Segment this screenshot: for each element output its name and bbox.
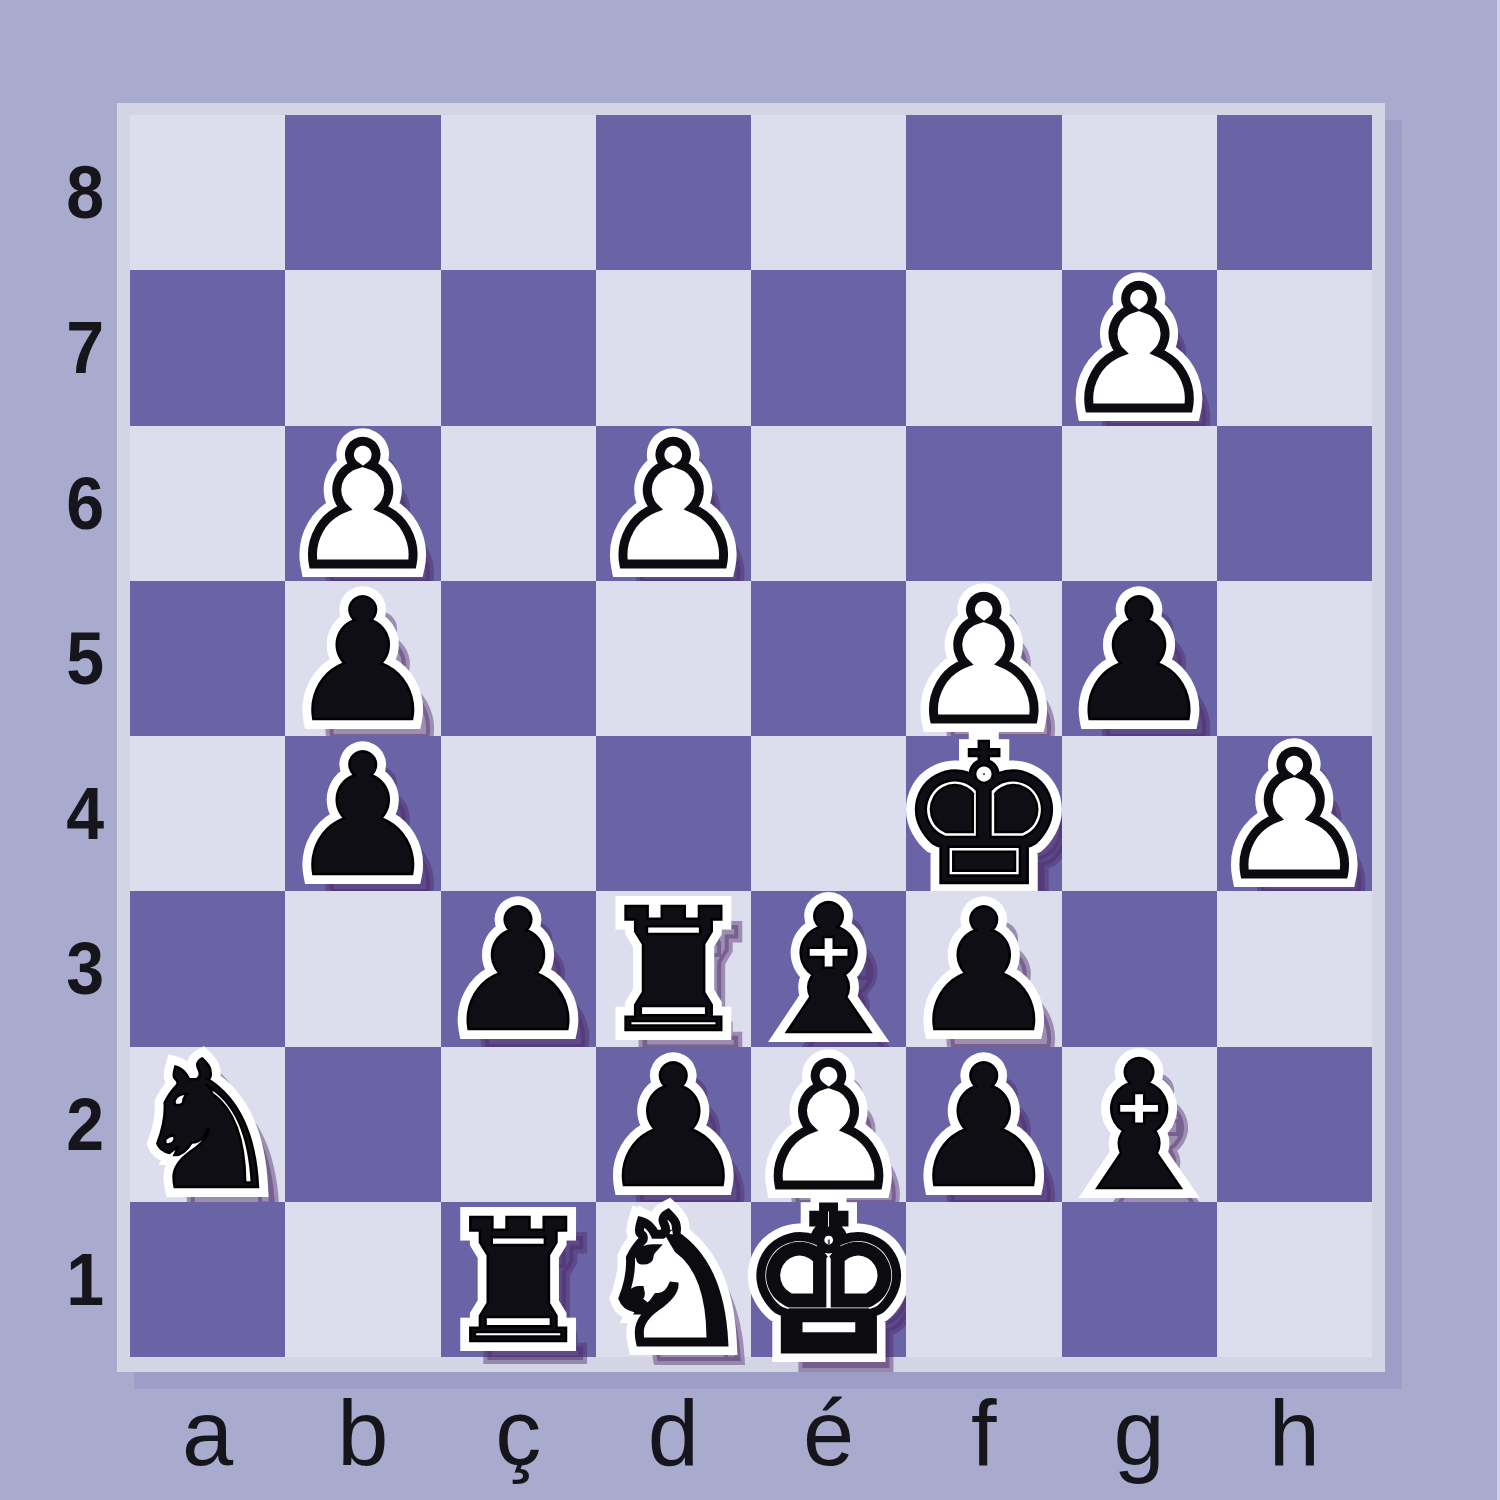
square-b3[interactable] — [285, 891, 440, 1046]
square-a7[interactable] — [130, 270, 285, 425]
rank-label-7: 7 — [9, 270, 117, 425]
square-c8[interactable] — [441, 115, 596, 270]
piece-white-pawn-d6[interactable]: ♟♟♟ — [596, 431, 751, 581]
piece-black-king-f4[interactable]: ♚♚♚ — [906, 741, 1061, 891]
square-a1[interactable] — [130, 1202, 285, 1357]
piece-white-pawn-g7[interactable]: ♟♟♟ — [1062, 275, 1217, 425]
piece-black-pawn-f3[interactable]: ♟♟♟ — [906, 896, 1061, 1046]
board: ♟♟♟♟♟♟♟♟♟♟♟♟♟♟♟♟♟♟♟♟♟♚♚♚♟♟♟♟♟♟♜♜♜♝♝♝♟♟♟♞… — [130, 115, 1372, 1357]
rank-label-1: 1 — [9, 1202, 117, 1357]
square-d1[interactable]: ♞♞♞ — [596, 1202, 751, 1357]
square-b2[interactable] — [285, 1047, 440, 1202]
square-a5[interactable] — [130, 581, 285, 736]
square-b5[interactable]: ♟♟♟ — [285, 581, 440, 736]
square-h4[interactable]: ♟♟♟ — [1217, 736, 1372, 891]
piece-white-king-e1[interactable]: ♚♚♚ — [751, 1207, 906, 1357]
square-b4[interactable]: ♟♟♟ — [285, 736, 440, 891]
square-c5[interactable] — [441, 581, 596, 736]
rank-label-3: 3 — [9, 891, 117, 1046]
square-d3[interactable]: ♜♜♜ — [596, 891, 751, 1046]
square-g2[interactable]: ♝♝♝ — [1062, 1047, 1217, 1202]
square-g4[interactable] — [1062, 736, 1217, 891]
square-h5[interactable] — [1217, 581, 1372, 736]
square-f7[interactable] — [906, 270, 1061, 425]
square-g7[interactable]: ♟♟♟ — [1062, 270, 1217, 425]
file-label-e: é — [751, 1389, 906, 1500]
square-a4[interactable] — [130, 736, 285, 891]
square-h2[interactable] — [1217, 1047, 1372, 1202]
piece-black-pawn-f2[interactable]: ♟♟♟ — [906, 1052, 1061, 1202]
square-d7[interactable] — [596, 270, 751, 425]
file-label-h: h — [1217, 1389, 1372, 1500]
square-d4[interactable] — [596, 736, 751, 891]
square-f1[interactable] — [906, 1202, 1061, 1357]
square-e6[interactable] — [751, 426, 906, 581]
square-g6[interactable] — [1062, 426, 1217, 581]
square-b1[interactable] — [285, 1202, 440, 1357]
square-b7[interactable] — [285, 270, 440, 425]
file-label-g: g — [1062, 1389, 1217, 1500]
file-label-a: a — [130, 1389, 285, 1500]
square-c3[interactable]: ♟♟♟ — [441, 891, 596, 1046]
piece-black-pawn-b4[interactable]: ♟♟♟ — [285, 741, 440, 891]
square-d8[interactable] — [596, 115, 751, 270]
square-a2[interactable]: ♞♞♞ — [130, 1047, 285, 1202]
square-f3[interactable]: ♟♟♟ — [906, 891, 1061, 1046]
square-c4[interactable] — [441, 736, 596, 891]
piece-black-pawn-b5[interactable]: ♟♟♟ — [285, 586, 440, 736]
file-label-d: d — [596, 1389, 751, 1500]
square-h1[interactable] — [1217, 1202, 1372, 1357]
chess-diagram: ♟♟♟♟♟♟♟♟♟♟♟♟♟♟♟♟♟♟♟♟♟♚♚♚♟♟♟♟♟♟♜♜♜♝♝♝♟♟♟♞… — [0, 0, 1500, 1500]
file-labels: abçdéfgh — [130, 1389, 1372, 1500]
rank-label-2: 2 — [9, 1047, 117, 1202]
file-label-b: b — [285, 1389, 440, 1500]
piece-black-pawn-c3[interactable]: ♟♟♟ — [441, 896, 596, 1046]
square-g1[interactable] — [1062, 1202, 1217, 1357]
piece-black-pawn-g5[interactable]: ♟♟♟ — [1062, 586, 1217, 736]
square-d6[interactable]: ♟♟♟ — [596, 426, 751, 581]
square-f4[interactable]: ♚♚♚ — [906, 736, 1061, 891]
square-h6[interactable] — [1217, 426, 1372, 581]
square-h8[interactable] — [1217, 115, 1372, 270]
rank-label-6: 6 — [9, 426, 117, 581]
piece-white-pawn-h4[interactable]: ♟♟♟ — [1217, 741, 1372, 891]
rank-labels: 87654321 — [0, 115, 117, 1357]
board-frame: ♟♟♟♟♟♟♟♟♟♟♟♟♟♟♟♟♟♟♟♟♟♚♚♚♟♟♟♟♟♟♜♜♜♝♝♝♟♟♟♞… — [117, 103, 1385, 1372]
piece-black-bishop-e3[interactable]: ♝♝♝ — [751, 896, 906, 1046]
square-a8[interactable] — [130, 115, 285, 270]
square-e5[interactable] — [751, 581, 906, 736]
square-g5[interactable]: ♟♟♟ — [1062, 581, 1217, 736]
rank-label-5: 5 — [9, 581, 117, 736]
square-c2[interactable] — [441, 1047, 596, 1202]
piece-black-rook-c1[interactable]: ♜♜♜ — [441, 1207, 596, 1357]
square-h3[interactable] — [1217, 891, 1372, 1046]
square-b8[interactable] — [285, 115, 440, 270]
file-label-f: f — [906, 1389, 1061, 1500]
square-f6[interactable] — [906, 426, 1061, 581]
square-a6[interactable] — [130, 426, 285, 581]
square-f2[interactable]: ♟♟♟ — [906, 1047, 1061, 1202]
piece-white-knight-d1[interactable]: ♞♞♞ — [596, 1207, 751, 1357]
square-c7[interactable] — [441, 270, 596, 425]
square-e3[interactable]: ♝♝♝ — [751, 891, 906, 1046]
square-d5[interactable] — [596, 581, 751, 736]
square-f8[interactable] — [906, 115, 1061, 270]
piece-black-bishop-g2[interactable]: ♝♝♝ — [1062, 1052, 1217, 1202]
square-c1[interactable]: ♜♜♜ — [441, 1202, 596, 1357]
piece-black-rook-d3[interactable]: ♜♜♜ — [596, 896, 751, 1046]
piece-black-knight-a2[interactable]: ♞♞♞ — [130, 1052, 285, 1202]
rank-label-4: 4 — [9, 736, 117, 891]
square-e8[interactable] — [751, 115, 906, 270]
square-h7[interactable] — [1217, 270, 1372, 425]
piece-white-pawn-b6[interactable]: ♟♟♟ — [285, 431, 440, 581]
rank-label-8: 8 — [9, 115, 117, 270]
square-g8[interactable] — [1062, 115, 1217, 270]
square-b6[interactable]: ♟♟♟ — [285, 426, 440, 581]
square-c6[interactable] — [441, 426, 596, 581]
square-e1[interactable]: ♚♚♚ — [751, 1202, 906, 1357]
square-e7[interactable] — [751, 270, 906, 425]
file-label-c: ç — [441, 1389, 596, 1500]
